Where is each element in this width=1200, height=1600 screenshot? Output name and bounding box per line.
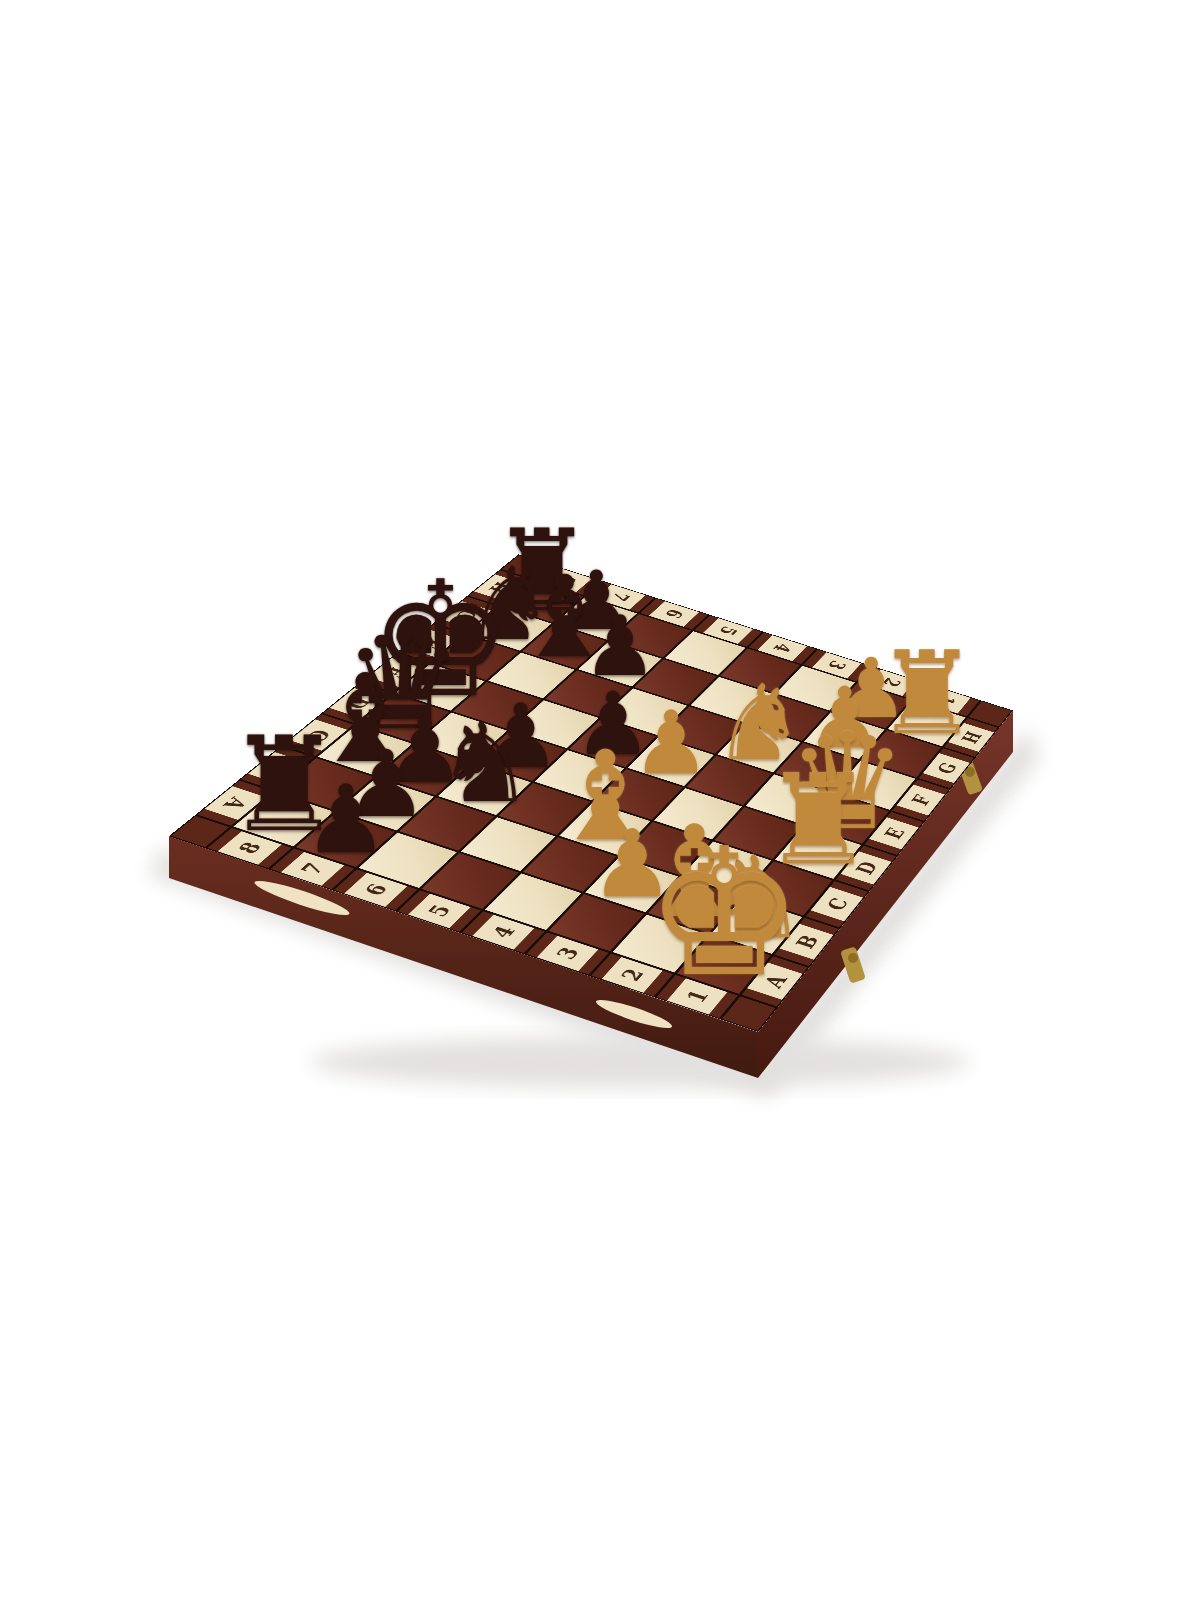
piece-white-king-a1[interactable]: ♚	[644, 825, 804, 1002]
piece-black-pawn-a7[interactable]: ♟	[266, 773, 426, 867]
chess-set-photo: ABCDEFGH8877665544332211ABCDEFGH ♜♟♞♝♟♚♟…	[0, 0, 1200, 1600]
